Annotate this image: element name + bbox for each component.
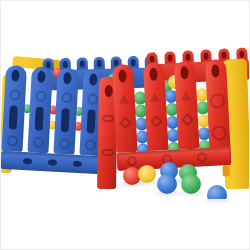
slat-triangle-indent xyxy=(180,91,190,101)
floor-ball-blue xyxy=(157,174,177,194)
rail-indent xyxy=(127,156,138,167)
slat-indent xyxy=(35,91,47,103)
hinge-groove xyxy=(102,149,114,156)
front-right-red-fence-panel xyxy=(112,59,231,171)
slat-hole xyxy=(37,71,46,83)
slat-hole xyxy=(149,68,158,81)
floor-ball-yellow xyxy=(138,165,156,183)
slat-slot xyxy=(35,107,44,131)
rail-hole xyxy=(73,161,82,167)
slat-hole xyxy=(118,69,127,82)
blue-panel-bottom-rail xyxy=(1,151,101,174)
blue-fence-slat xyxy=(1,65,26,152)
yellow-latch xyxy=(222,165,229,176)
slat-indent xyxy=(7,135,19,147)
front-left-blue-fence-panel xyxy=(1,65,105,174)
rail-hole xyxy=(48,159,57,165)
red-fence-slat xyxy=(112,64,138,153)
floor-ball-green xyxy=(181,174,201,194)
slat-hole xyxy=(11,69,20,81)
slat-indent xyxy=(59,138,71,150)
crenel-hole xyxy=(97,60,102,67)
slat-indent xyxy=(61,92,73,104)
slat-indent xyxy=(33,137,45,149)
crenel-hole xyxy=(80,60,85,67)
slat-hole xyxy=(89,73,98,85)
slat-slot xyxy=(61,108,70,132)
slat-slot xyxy=(87,109,96,133)
slat-slot xyxy=(9,105,18,129)
hinge-hole xyxy=(105,85,113,97)
red-fence-slat xyxy=(143,62,169,151)
crenel-hole xyxy=(149,55,154,62)
slat-hole xyxy=(211,64,220,77)
blue-fence-slat xyxy=(53,68,78,155)
crenel-hole xyxy=(221,52,226,59)
rail-indent xyxy=(197,152,208,163)
red-fence-slat xyxy=(174,61,200,150)
slat-indent xyxy=(210,93,226,109)
hinge-groove xyxy=(102,115,114,122)
crenel-hole xyxy=(185,53,190,60)
crenel-hole xyxy=(239,51,244,58)
slat-triangle-indent xyxy=(119,94,129,104)
slat-indent xyxy=(85,139,97,151)
ball-pit-product-photo xyxy=(0,0,250,250)
rail-hole xyxy=(23,158,32,164)
slat-hole xyxy=(63,72,72,84)
clipped-ball-wrap xyxy=(206,184,228,199)
slat-diamond-indent xyxy=(150,115,163,128)
crenel-hole xyxy=(63,61,68,68)
slat-indent xyxy=(9,89,21,101)
blue-fence-slat xyxy=(27,66,52,153)
slat-triangle-indent xyxy=(150,93,160,103)
slat-hole xyxy=(180,66,189,79)
crenel-hole xyxy=(167,54,172,61)
slat-diamond-indent xyxy=(181,113,194,126)
slat-indent xyxy=(211,125,227,141)
slat-indent xyxy=(87,93,99,105)
crenel-hole xyxy=(203,52,208,59)
slat-diamond-indent xyxy=(119,117,132,130)
floor-ball-blue xyxy=(207,185,227,199)
